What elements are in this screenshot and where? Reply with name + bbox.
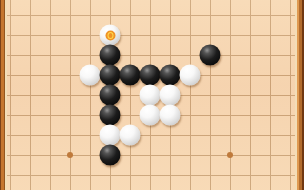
black-stone-glyph: ● bbox=[120, 65, 141, 86]
white-stone-glyph: ○ bbox=[140, 105, 161, 126]
white-stone-glyph: ○ bbox=[80, 65, 101, 86]
white-stone-glyph: ○ bbox=[180, 65, 201, 86]
black-stone: ● bbox=[100, 65, 121, 86]
white-stone: ○ bbox=[80, 65, 101, 86]
board-frame-left bbox=[0, 0, 7, 190]
black-stone-glyph: ● bbox=[140, 65, 161, 86]
white-stone: ○ bbox=[100, 25, 121, 46]
black-stone-glyph: ● bbox=[100, 65, 121, 86]
white-stone: ○ bbox=[180, 65, 201, 86]
black-stone-glyph: ● bbox=[100, 145, 121, 166]
white-stone: ○ bbox=[140, 85, 161, 106]
black-stone: ● bbox=[100, 145, 121, 166]
white-stone-glyph: ○ bbox=[100, 125, 121, 146]
white-stone: ○ bbox=[160, 85, 181, 106]
star-point bbox=[67, 152, 73, 158]
black-stone-glyph: ● bbox=[100, 85, 121, 106]
black-stone: ● bbox=[100, 85, 121, 106]
white-stone-glyph: ○ bbox=[120, 125, 141, 146]
black-stone-glyph: ● bbox=[100, 105, 121, 126]
board-frame-right bbox=[295, 0, 304, 190]
black-stone: ● bbox=[160, 65, 181, 86]
black-stone: ● bbox=[140, 65, 161, 86]
black-stone-glyph: ● bbox=[200, 45, 221, 66]
gomoku-app-screenshot: ○●●○●●●●○●○○●○○○○● bbox=[0, 0, 304, 190]
black-stone-glyph: ● bbox=[100, 45, 121, 66]
black-stone: ● bbox=[100, 45, 121, 66]
black-stone-glyph: ● bbox=[160, 65, 181, 86]
white-stone: ○ bbox=[140, 105, 161, 126]
white-stone: ○ bbox=[160, 105, 181, 126]
black-stone: ● bbox=[100, 105, 121, 126]
white-stone: ○ bbox=[120, 125, 141, 146]
white-stone-glyph: ○ bbox=[160, 105, 181, 126]
black-stone: ● bbox=[200, 45, 221, 66]
gomoku-board[interactable]: ○●●○●●●●○●○○●○○○○● bbox=[0, 0, 304, 190]
white-stone-glyph: ○ bbox=[160, 85, 181, 106]
star-point bbox=[227, 152, 233, 158]
black-stone: ● bbox=[120, 65, 141, 86]
white-stone-glyph: ○ bbox=[140, 85, 161, 106]
last-move-marker bbox=[105, 30, 115, 40]
white-stone: ○ bbox=[100, 125, 121, 146]
